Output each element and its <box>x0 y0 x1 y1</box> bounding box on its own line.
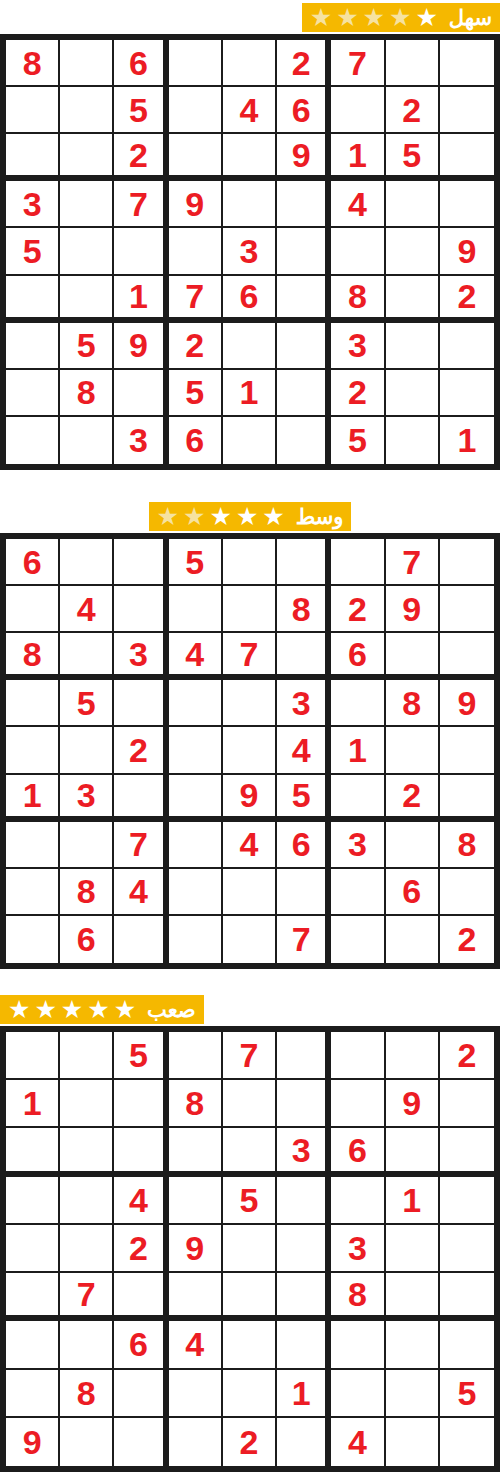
sudoku-cell-empty[interactable] <box>386 1225 440 1273</box>
sudoku-cell-given: 6 <box>223 276 277 323</box>
sudoku-cell-empty[interactable] <box>440 633 494 680</box>
sudoku-cell-empty[interactable] <box>331 539 385 586</box>
sudoku-cell-given: 5 <box>223 1177 277 1225</box>
sudoku-cell-given: 2 <box>114 134 168 181</box>
sudoku-cell-empty[interactable] <box>331 916 385 963</box>
sudoku-cell-given: 2 <box>277 40 331 87</box>
sudoku-cell-given: 7 <box>223 1032 277 1080</box>
sudoku-cell-empty[interactable] <box>331 1080 385 1128</box>
sudoku-cell-empty[interactable] <box>386 1128 440 1176</box>
sudoku-cell-empty[interactable] <box>60 1225 114 1273</box>
sudoku-cell-given: 2 <box>440 1032 494 1080</box>
sudoku-cell-empty[interactable] <box>6 822 60 869</box>
sudoku-cell-empty[interactable] <box>223 727 277 774</box>
sudoku-cell-given: 8 <box>6 40 60 87</box>
sudoku-cell-empty[interactable] <box>440 539 494 586</box>
sudoku-cell-empty[interactable] <box>440 134 494 181</box>
sudoku-cell-empty[interactable] <box>386 1418 440 1466</box>
sudoku-cell-given: 9 <box>440 680 494 727</box>
sudoku-cell-given: 7 <box>331 40 385 87</box>
sudoku-cell-empty[interactable] <box>277 1321 331 1369</box>
sudoku-cell-empty[interactable] <box>223 1321 277 1369</box>
sudoku-cell-empty[interactable] <box>114 370 168 417</box>
sudoku-cell-empty[interactable] <box>114 775 168 822</box>
star-empty-icon: ★ <box>336 5 359 30</box>
sudoku-cell-empty[interactable] <box>386 370 440 417</box>
sudoku-cell-empty[interactable] <box>6 417 60 464</box>
sudoku-cell-given: 5 <box>277 775 331 822</box>
sudoku-cell-given: 8 <box>60 869 114 916</box>
star-filled-icon: ★ <box>34 997 57 1022</box>
sudoku-cell-given: 9 <box>6 1418 60 1466</box>
star-filled-icon: ★ <box>87 997 110 1022</box>
sudoku-cell-given: 3 <box>277 1128 331 1176</box>
sudoku-cell-empty[interactable] <box>60 228 114 275</box>
sudoku-cell-empty[interactable] <box>114 1080 168 1128</box>
sudoku-cell-given: 8 <box>277 586 331 633</box>
sudoku-cell-given: 5 <box>114 87 168 134</box>
sudoku-cell-given: 7 <box>114 181 168 228</box>
sudoku-page: ★★★★★سهل86275462291537945391768259238512… <box>0 3 500 1472</box>
puzzle-section-medium: ★★★★★وسط65748298347653892411395274638846… <box>0 502 500 969</box>
sudoku-cell-given: 7 <box>277 916 331 963</box>
sudoku-cell-given: 1 <box>331 134 385 181</box>
sudoku-cell-given: 1 <box>223 370 277 417</box>
sudoku-cell-given: 8 <box>6 633 60 680</box>
sudoku-cell-given: 2 <box>331 370 385 417</box>
difficulty-label: صعب <box>147 999 196 1020</box>
sudoku-cell-empty[interactable] <box>386 1032 440 1080</box>
sudoku-cell-given: 5 <box>386 134 440 181</box>
sudoku-cell-given: 8 <box>60 370 114 417</box>
sudoku-board-medium: 65748298347653892411395274638846672 <box>0 533 500 969</box>
sudoku-cell-empty[interactable] <box>331 87 385 134</box>
sudoku-cell-empty[interactable] <box>277 228 331 275</box>
sudoku-cell-empty[interactable] <box>440 1273 494 1321</box>
sudoku-cell-given: 3 <box>331 822 385 869</box>
sudoku-cell-given: 7 <box>114 822 168 869</box>
sudoku-cell-given: 7 <box>60 1273 114 1321</box>
sudoku-cell-empty[interactable] <box>331 1177 385 1225</box>
sudoku-cell-given: 2 <box>223 1418 277 1466</box>
difficulty-banner-easy: ★★★★★سهل <box>302 3 500 32</box>
sudoku-cell-empty[interactable] <box>386 1370 440 1418</box>
sudoku-cell-given: 5 <box>114 1032 168 1080</box>
sudoku-cell-given: 8 <box>331 276 385 323</box>
sudoku-cell-empty[interactable] <box>386 916 440 963</box>
sudoku-cell-empty[interactable] <box>60 181 114 228</box>
sudoku-cell-empty[interactable] <box>386 228 440 275</box>
sudoku-cell-empty[interactable] <box>114 586 168 633</box>
sudoku-cell-empty[interactable] <box>169 822 223 869</box>
sudoku-cell-given: 2 <box>169 323 223 370</box>
sudoku-cell-given: 4 <box>169 633 223 680</box>
sudoku-cell-given: 3 <box>60 775 114 822</box>
sudoku-cell-empty[interactable] <box>277 417 331 464</box>
sudoku-cell-given: 8 <box>169 1080 223 1128</box>
sudoku-cell-empty[interactable] <box>331 775 385 822</box>
sudoku-cell-empty[interactable] <box>386 40 440 87</box>
sudoku-cell-given: 4 <box>169 1321 223 1369</box>
sudoku-cell-empty[interactable] <box>169 134 223 181</box>
sudoku-cell-empty[interactable] <box>440 1080 494 1128</box>
sudoku-cell-empty[interactable] <box>386 1321 440 1369</box>
sudoku-cell-given: 6 <box>114 40 168 87</box>
sudoku-cell-given: 2 <box>331 586 385 633</box>
sudoku-cell-empty[interactable] <box>223 323 277 370</box>
sudoku-cell-empty[interactable] <box>169 1032 223 1080</box>
sudoku-cell-empty[interactable] <box>277 323 331 370</box>
sudoku-cell-empty[interactable] <box>114 1273 168 1321</box>
star-filled-icon: ★ <box>262 504 285 529</box>
sudoku-cell-empty[interactable] <box>277 869 331 916</box>
sudoku-board-hard: 572189364512937864815924 <box>0 1026 500 1472</box>
sudoku-cell-empty[interactable] <box>386 276 440 323</box>
sudoku-cell-given: 4 <box>331 181 385 228</box>
sudoku-cell-empty[interactable] <box>277 181 331 228</box>
sudoku-cell-given: 8 <box>440 822 494 869</box>
sudoku-cell-empty[interactable] <box>60 40 114 87</box>
sudoku-cell-given: 2 <box>440 916 494 963</box>
sudoku-cell-empty[interactable] <box>60 134 114 181</box>
sudoku-cell-empty[interactable] <box>60 1177 114 1225</box>
sudoku-cell-given: 1 <box>114 276 168 323</box>
sudoku-cell-empty[interactable] <box>440 1128 494 1176</box>
sudoku-cell-empty[interactable] <box>60 822 114 869</box>
sudoku-cell-empty[interactable] <box>114 680 168 727</box>
sudoku-cell-given: 9 <box>223 775 277 822</box>
sudoku-cell-empty[interactable] <box>6 134 60 181</box>
sudoku-cell-empty[interactable] <box>60 276 114 323</box>
sudoku-cell-given: 2 <box>114 1225 168 1273</box>
sudoku-cell-empty[interactable] <box>331 1370 385 1418</box>
sudoku-cell-empty[interactable] <box>6 586 60 633</box>
sudoku-cell-empty[interactable] <box>6 680 60 727</box>
sudoku-cell-empty[interactable] <box>60 417 114 464</box>
sudoku-cell-empty[interactable] <box>223 586 277 633</box>
sudoku-cell-empty[interactable] <box>223 40 277 87</box>
sudoku-cell-empty[interactable] <box>60 727 114 774</box>
sudoku-cell-empty[interactable] <box>60 539 114 586</box>
sudoku-cell-given: 1 <box>6 775 60 822</box>
sudoku-cell-empty[interactable] <box>169 680 223 727</box>
sudoku-cell-empty[interactable] <box>169 1370 223 1418</box>
difficulty-label: وسط <box>296 506 344 527</box>
star-filled-icon: ★ <box>61 997 84 1022</box>
sudoku-cell-empty[interactable] <box>169 1273 223 1321</box>
sudoku-cell-empty[interactable] <box>440 586 494 633</box>
sudoku-cell-given: 3 <box>277 680 331 727</box>
sudoku-cell-empty[interactable] <box>6 1273 60 1321</box>
sudoku-cell-given: 3 <box>331 1225 385 1273</box>
sudoku-cell-given: 9 <box>277 134 331 181</box>
sudoku-cell-empty[interactable] <box>223 916 277 963</box>
sudoku-cell-given: 9 <box>114 323 168 370</box>
sudoku-cell-empty[interactable] <box>6 276 60 323</box>
sudoku-cell-given: 3 <box>114 633 168 680</box>
sudoku-cell-empty[interactable] <box>60 1080 114 1128</box>
puzzle-section-hard: ★★★★★صعب572189364512937864815924 <box>0 995 500 1472</box>
sudoku-cell-given: 6 <box>277 822 331 869</box>
star-empty-icon: ★ <box>363 5 386 30</box>
star-filled-icon: ★ <box>8 997 31 1022</box>
sudoku-cell-empty[interactable] <box>114 1128 168 1176</box>
sudoku-cell-empty[interactable] <box>440 869 494 916</box>
sudoku-cell-given: 3 <box>6 181 60 228</box>
star-filled-icon: ★ <box>236 504 259 529</box>
sudoku-cell-empty[interactable] <box>6 869 60 916</box>
sudoku-cell-given: 1 <box>331 727 385 774</box>
sudoku-cell-given: 5 <box>169 539 223 586</box>
sudoku-cell-empty[interactable] <box>331 869 385 916</box>
sudoku-cell-empty[interactable] <box>169 727 223 774</box>
sudoku-cell-empty[interactable] <box>223 1128 277 1176</box>
sudoku-cell-empty[interactable] <box>223 539 277 586</box>
sudoku-cell-empty[interactable] <box>277 1032 331 1080</box>
sudoku-cell-empty[interactable] <box>277 370 331 417</box>
sudoku-cell-given: 9 <box>386 1080 440 1128</box>
sudoku-cell-given: 4 <box>331 1418 385 1466</box>
sudoku-cell-empty[interactable] <box>440 1418 494 1466</box>
sudoku-cell-given: 4 <box>60 586 114 633</box>
sudoku-cell-given: 6 <box>169 417 223 464</box>
sudoku-cell-empty[interactable] <box>6 87 60 134</box>
sudoku-cell-empty[interactable] <box>114 1418 168 1466</box>
sudoku-cell-given: 5 <box>60 323 114 370</box>
sudoku-cell-empty[interactable] <box>331 680 385 727</box>
star-empty-icon: ★ <box>183 504 206 529</box>
sudoku-cell-empty[interactable] <box>6 916 60 963</box>
sudoku-cell-empty[interactable] <box>386 822 440 869</box>
sudoku-cell-empty[interactable] <box>440 1177 494 1225</box>
sudoku-cell-empty[interactable] <box>60 87 114 134</box>
sudoku-cell-empty[interactable] <box>386 1273 440 1321</box>
sudoku-cell-given: 3 <box>331 323 385 370</box>
sudoku-cell-empty[interactable] <box>169 1177 223 1225</box>
sudoku-cell-empty[interactable] <box>6 1370 60 1418</box>
sudoku-cell-given: 9 <box>169 181 223 228</box>
sudoku-cell-empty[interactable] <box>386 323 440 370</box>
sudoku-cell-given: 4 <box>114 869 168 916</box>
sudoku-cell-empty[interactable] <box>60 1321 114 1369</box>
sudoku-cell-given: 6 <box>60 916 114 963</box>
sudoku-cell-given: 7 <box>386 539 440 586</box>
sudoku-cell-given: 8 <box>331 1273 385 1321</box>
sudoku-cell-empty[interactable] <box>331 228 385 275</box>
sudoku-cell-given: 1 <box>386 1177 440 1225</box>
sudoku-cell-empty[interactable] <box>277 1225 331 1273</box>
sudoku-cell-empty[interactable] <box>277 1177 331 1225</box>
sudoku-cell-given: 6 <box>331 1128 385 1176</box>
sudoku-cell-given: 7 <box>223 633 277 680</box>
sudoku-cell-empty[interactable] <box>440 40 494 87</box>
sudoku-cell-empty[interactable] <box>440 323 494 370</box>
sudoku-cell-empty[interactable] <box>114 228 168 275</box>
star-filled-icon: ★ <box>415 5 438 30</box>
sudoku-cell-given: 8 <box>386 680 440 727</box>
sudoku-cell-empty[interactable] <box>440 775 494 822</box>
sudoku-cell-given: 3 <box>223 228 277 275</box>
sudoku-cell-empty[interactable] <box>169 916 223 963</box>
star-empty-icon: ★ <box>389 5 412 30</box>
sudoku-cell-given: 3 <box>114 417 168 464</box>
sudoku-cell-empty[interactable] <box>6 323 60 370</box>
sudoku-cell-empty[interactable] <box>60 1128 114 1176</box>
sudoku-cell-empty[interactable] <box>6 1128 60 1176</box>
puzzle-section-easy: ★★★★★سهل86275462291537945391768259238512… <box>0 3 500 470</box>
sudoku-cell-empty[interactable] <box>331 1321 385 1369</box>
sudoku-cell-empty[interactable] <box>331 1032 385 1080</box>
sudoku-cell-given: 8 <box>60 1370 114 1418</box>
sudoku-cell-empty[interactable] <box>223 134 277 181</box>
star-filled-icon: ★ <box>209 504 232 529</box>
sudoku-cell-given: 5 <box>60 680 114 727</box>
sudoku-cell-empty[interactable] <box>114 1370 168 1418</box>
sudoku-cell-empty[interactable] <box>60 633 114 680</box>
sudoku-cell-empty[interactable] <box>440 181 494 228</box>
sudoku-cell-empty[interactable] <box>277 539 331 586</box>
sudoku-cell-empty[interactable] <box>223 680 277 727</box>
sudoku-cell-empty[interactable] <box>169 1128 223 1176</box>
sudoku-cell-empty[interactable] <box>6 727 60 774</box>
star-filled-icon: ★ <box>114 997 137 1022</box>
sudoku-cell-given: 6 <box>6 539 60 586</box>
sudoku-cell-empty[interactable] <box>6 1225 60 1273</box>
sudoku-cell-given: 4 <box>223 87 277 134</box>
sudoku-cell-given: 4 <box>223 822 277 869</box>
sudoku-cell-empty[interactable] <box>169 869 223 916</box>
sudoku-cell-given: 5 <box>440 1370 494 1418</box>
sudoku-cell-empty[interactable] <box>223 1273 277 1321</box>
sudoku-cell-empty[interactable] <box>169 40 223 87</box>
sudoku-cell-given: 6 <box>386 869 440 916</box>
sudoku-cell-given: 6 <box>114 1321 168 1369</box>
sudoku-cell-given: 2 <box>440 276 494 323</box>
sudoku-cell-empty[interactable] <box>277 276 331 323</box>
sudoku-cell-given: 5 <box>169 370 223 417</box>
sudoku-cell-empty[interactable] <box>169 586 223 633</box>
sudoku-cell-empty[interactable] <box>169 87 223 134</box>
sudoku-cell-empty[interactable] <box>60 1418 114 1466</box>
sudoku-cell-given: 9 <box>169 1225 223 1273</box>
difficulty-banner-hard: ★★★★★صعب <box>0 995 204 1024</box>
sudoku-cell-given: 6 <box>277 87 331 134</box>
sudoku-cell-empty[interactable] <box>277 1273 331 1321</box>
sudoku-cell-empty[interactable] <box>6 1321 60 1369</box>
sudoku-cell-given: 2 <box>114 727 168 774</box>
sudoku-cell-empty[interactable] <box>223 417 277 464</box>
sudoku-cell-given: 6 <box>331 633 385 680</box>
difficulty-label: سهل <box>449 7 492 28</box>
sudoku-cell-empty[interactable] <box>169 1418 223 1466</box>
sudoku-cell-given: 2 <box>386 87 440 134</box>
sudoku-cell-empty[interactable] <box>223 1080 277 1128</box>
sudoku-cell-empty[interactable] <box>386 181 440 228</box>
sudoku-cell-empty[interactable] <box>440 727 494 774</box>
sudoku-cell-empty[interactable] <box>386 633 440 680</box>
sudoku-cell-empty[interactable] <box>114 916 168 963</box>
sudoku-cell-given: 4 <box>277 727 331 774</box>
sudoku-cell-empty[interactable] <box>277 1080 331 1128</box>
sudoku-cell-empty[interactable] <box>114 539 168 586</box>
sudoku-cell-empty[interactable] <box>223 1370 277 1418</box>
sudoku-cell-empty[interactable] <box>440 87 494 134</box>
sudoku-cell-given: 1 <box>440 417 494 464</box>
sudoku-cell-empty[interactable] <box>386 417 440 464</box>
sudoku-cell-empty[interactable] <box>440 1225 494 1273</box>
difficulty-banner-medium: ★★★★★وسط <box>149 502 352 531</box>
sudoku-cell-empty[interactable] <box>60 1032 114 1080</box>
sudoku-cell-given: 4 <box>114 1177 168 1225</box>
sudoku-cell-empty[interactable] <box>223 181 277 228</box>
sudoku-cell-empty[interactable] <box>440 370 494 417</box>
sudoku-cell-given: 2 <box>386 775 440 822</box>
sudoku-cell-given: 9 <box>440 228 494 275</box>
star-empty-icon: ★ <box>310 5 333 30</box>
sudoku-cell-empty[interactable] <box>6 1177 60 1225</box>
sudoku-cell-empty[interactable] <box>277 1418 331 1466</box>
sudoku-cell-empty[interactable] <box>169 775 223 822</box>
sudoku-cell-given: 9 <box>386 586 440 633</box>
sudoku-cell-given: 7 <box>169 276 223 323</box>
sudoku-cell-empty[interactable] <box>223 869 277 916</box>
sudoku-cell-empty[interactable] <box>223 1225 277 1273</box>
sudoku-cell-given: 5 <box>331 417 385 464</box>
sudoku-cell-empty[interactable] <box>277 633 331 680</box>
sudoku-cell-empty[interactable] <box>440 1321 494 1369</box>
sudoku-cell-empty[interactable] <box>386 727 440 774</box>
sudoku-cell-given: 1 <box>6 1080 60 1128</box>
star-empty-icon: ★ <box>157 504 180 529</box>
sudoku-cell-empty[interactable] <box>6 1032 60 1080</box>
sudoku-cell-given: 5 <box>6 228 60 275</box>
sudoku-cell-empty[interactable] <box>169 228 223 275</box>
sudoku-cell-empty[interactable] <box>6 370 60 417</box>
sudoku-cell-given: 1 <box>277 1370 331 1418</box>
sudoku-board-easy: 862754622915379453917682592385123651 <box>0 34 500 470</box>
